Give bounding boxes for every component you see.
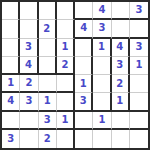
cell-r4c3-empty[interactable] xyxy=(39,57,57,75)
cell-r6c2-given: 3 xyxy=(20,93,38,111)
cell-r8c4-empty[interactable] xyxy=(57,130,75,148)
cell-r3c7-given: 4 xyxy=(112,39,130,57)
cell-r1c7-empty[interactable] xyxy=(112,2,130,20)
cell-r3c3-empty[interactable] xyxy=(39,39,57,57)
cell-r8c2-empty[interactable] xyxy=(20,130,38,148)
cell-r6c4-empty[interactable] xyxy=(57,93,75,111)
cell-r5c6-empty[interactable] xyxy=(93,75,111,93)
cell-r2c5-given: 4 xyxy=(75,20,93,38)
cell-r4c1-empty[interactable] xyxy=(2,57,20,75)
cell-r7c2-empty[interactable] xyxy=(20,112,38,130)
cell-r4c2-given: 4 xyxy=(20,57,38,75)
cell-r2c1-empty[interactable] xyxy=(2,20,20,38)
cell-r2c4-empty[interactable] xyxy=(57,20,75,38)
cell-r8c1-given: 3 xyxy=(2,130,20,148)
cell-r8c6-empty[interactable] xyxy=(93,130,111,148)
cell-r3c8-given: 3 xyxy=(130,39,148,57)
cell-r6c3-given: 1 xyxy=(39,93,57,111)
cell-r5c5-given: 1 xyxy=(75,75,93,93)
cell-r4c6-empty[interactable] xyxy=(93,57,111,75)
cell-r8c3-given: 2 xyxy=(39,130,57,148)
cell-r7c7-empty[interactable] xyxy=(112,112,130,130)
cell-r2c2-empty[interactable] xyxy=(20,20,38,38)
cell-r5c2-given: 2 xyxy=(20,75,38,93)
cell-r2c8-empty[interactable] xyxy=(130,20,148,38)
cell-r4c8-given: 1 xyxy=(130,57,148,75)
cell-r4c7-given: 3 xyxy=(112,57,130,75)
cell-r8c8-empty[interactable] xyxy=(130,130,148,148)
cell-r6c1-given: 4 xyxy=(2,93,20,111)
cell-r2c6-given: 3 xyxy=(93,20,111,38)
cell-r1c5-empty[interactable] xyxy=(75,2,93,20)
cell-r7c8-empty[interactable] xyxy=(130,112,148,130)
cell-r5c1-given: 1 xyxy=(2,75,20,93)
cell-r5c4-empty[interactable] xyxy=(57,75,75,93)
cell-r1c6-given: 4 xyxy=(93,2,111,20)
cell-r1c4-empty[interactable] xyxy=(57,2,75,20)
cell-r8c5-empty[interactable] xyxy=(75,130,93,148)
cell-r3c4-given: 1 xyxy=(57,39,75,57)
cell-r7c4-given: 1 xyxy=(57,112,75,130)
cell-r5c7-given: 2 xyxy=(112,75,130,93)
cell-r7c5-empty[interactable] xyxy=(75,112,93,130)
cell-r6c7-given: 1 xyxy=(112,93,130,111)
cell-r2c7-empty[interactable] xyxy=(112,20,130,38)
cell-r5c3-empty[interactable] xyxy=(39,75,57,93)
cell-r6c5-given: 3 xyxy=(75,93,93,111)
cell-r1c3-empty[interactable] xyxy=(39,2,57,20)
cell-r3c2-given: 3 xyxy=(20,39,38,57)
cell-r1c8-given: 3 xyxy=(130,2,148,20)
cell-r8c7-empty[interactable] xyxy=(112,130,130,148)
cell-r4c4-given: 2 xyxy=(57,57,75,75)
cell-r7c3-given: 3 xyxy=(39,112,57,130)
cell-r6c8-empty[interactable] xyxy=(130,93,148,111)
cell-r1c1-empty[interactable] xyxy=(2,2,20,20)
cell-r3c5-empty[interactable] xyxy=(75,39,93,57)
cell-r3c1-empty[interactable] xyxy=(2,39,20,57)
cell-r1c2-empty[interactable] xyxy=(20,2,38,20)
cell-r5c8-empty[interactable] xyxy=(130,75,148,93)
cell-r7c1-empty[interactable] xyxy=(2,112,20,130)
cell-r4c5-empty[interactable] xyxy=(75,57,93,75)
puzzle-board: 4324331143423112124313131132 xyxy=(0,0,150,150)
cell-r2c3-given: 2 xyxy=(39,20,57,38)
cell-r7c6-given: 1 xyxy=(93,112,111,130)
cell-r6c6-empty[interactable] xyxy=(93,93,111,111)
cell-r3c6-given: 1 xyxy=(93,39,111,57)
